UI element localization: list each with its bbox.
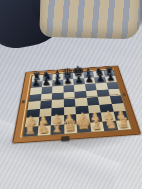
square-f1[interactable]: ♝ (90, 121, 105, 131)
square-e7[interactable]: ♟ (73, 78, 84, 85)
square-h7[interactable]: ♟ (105, 76, 117, 83)
right-hinge (122, 93, 126, 96)
square-b7[interactable]: ♟ (42, 80, 53, 87)
piece-white-r-a1[interactable]: ♜ (24, 123, 36, 137)
piece-white-r-h1[interactable]: ♜ (118, 116, 130, 130)
square-c4[interactable] (52, 99, 64, 107)
piece-black-p-c7[interactable]: ♟ (53, 76, 62, 86)
board-clasp (61, 136, 69, 141)
piece-black-p-d7[interactable]: ♟ (64, 76, 73, 86)
piece-white-n-g1[interactable]: ♞ (104, 116, 118, 131)
piece-white-n-b1[interactable]: ♞ (37, 121, 51, 136)
piece-black-p-f7[interactable]: ♟ (85, 74, 94, 84)
board-grid: ♜♞♝♛♚♝♞♜♟♟♟♟♟♟♟♟♟♟♟♟♟♟♟♟♜♞♝♛♚♝♞♜ (24, 70, 131, 136)
square-g1[interactable]: ♞ (102, 120, 117, 130)
square-a7[interactable]: ♟ (31, 81, 42, 88)
piece-black-p-g7[interactable]: ♟ (96, 73, 105, 83)
piece-white-b-f1[interactable]: ♝ (90, 117, 104, 132)
piece-black-p-e7[interactable]: ♟ (74, 75, 83, 85)
piece-black-p-b7[interactable]: ♟ (42, 77, 51, 87)
chess-board: ♜♞♝♛♚♝♞♜♟♟♟♟♟♟♟♟♟♟♟♟♟♟♟♟♜♞♝♛♚♝♞♜ (12, 65, 141, 143)
square-e4[interactable] (75, 98, 88, 106)
piece-black-p-h7[interactable]: ♟ (107, 73, 116, 83)
square-e1[interactable]: ♚ (77, 122, 91, 132)
square-c7[interactable]: ♟ (52, 79, 63, 86)
square-f4[interactable] (86, 97, 99, 105)
square-f5[interactable] (85, 90, 97, 98)
square-d5[interactable] (63, 91, 75, 99)
square-h1[interactable]: ♜ (115, 120, 131, 130)
square-b1[interactable]: ♞ (37, 125, 51, 136)
chess-board-area: ♜♞♝♛♚♝♞♜♟♟♟♟♟♟♟♟♟♟♟♟♟♟♟♟♜♞♝♛♚♝♞♜ (2, 31, 142, 170)
square-d7[interactable]: ♟ (63, 79, 74, 86)
photo-of-chess-set: ♜♞♝♛♚♝♞♜♟♟♟♟♟♟♟♟♟♟♟♟♟♟♟♟♜♞♝♛♚♝♞♜ (0, 0, 142, 189)
board-perspective-wrapper: ♜♞♝♛♚♝♞♜♟♟♟♟♟♟♟♟♟♟♟♟♟♟♟♟♜♞♝♛♚♝♞♜ (2, 39, 142, 178)
square-a5[interactable] (29, 94, 41, 102)
square-g7[interactable]: ♟ (94, 77, 106, 84)
square-f7[interactable]: ♟ (84, 77, 96, 84)
piece-black-p-a7[interactable]: ♟ (31, 78, 40, 88)
square-h4[interactable] (109, 95, 123, 103)
